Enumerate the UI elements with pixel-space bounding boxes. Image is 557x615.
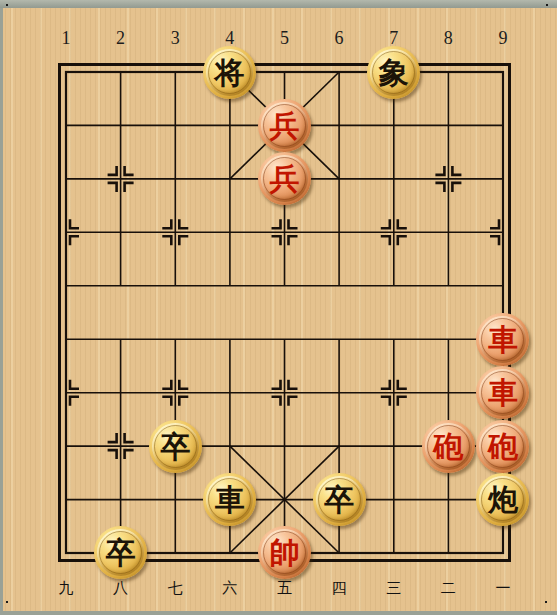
piece-glyph: 兵 (269, 110, 299, 141)
black-chariot[interactable]: 車 (203, 473, 256, 526)
black-cannon[interactable]: 炮 (476, 473, 529, 526)
file-label: 三 (366, 580, 421, 598)
red-general[interactable]: 帥 (258, 526, 311, 579)
piece-glyph: 卒 (106, 537, 136, 568)
file-label: 五 (257, 580, 312, 598)
piece-glyph: 車 (215, 484, 245, 515)
piece-glyph: 卒 (324, 484, 354, 515)
black-general[interactable]: 将 (203, 46, 256, 99)
file-label: 二 (421, 580, 476, 598)
red-chariot[interactable]: 車 (476, 313, 529, 366)
file-label: 八 (93, 580, 148, 598)
black-pawn[interactable]: 卒 (149, 420, 202, 473)
piece-glyph: 象 (379, 57, 409, 88)
piece-glyph: 車 (488, 377, 518, 408)
file-label: 七 (148, 580, 203, 598)
file-labels-bottom: 九 八 七 六 五 四 三 二 一 (39, 580, 531, 598)
piece-glyph: 炮 (488, 484, 518, 515)
piece-glyph: 兵 (269, 163, 299, 194)
red-cannon[interactable]: 砲 (422, 420, 475, 473)
piece-glyph: 卒 (160, 431, 190, 462)
piece-glyph: 帥 (269, 537, 299, 568)
red-pawn[interactable]: 兵 (258, 99, 311, 152)
file-label: 一 (476, 580, 531, 598)
xiangqi-app: 1 2 3 4 5 6 7 8 9 将 象 兵 兵 車 車 砲 砲 炮 卒 車 … (0, 0, 557, 615)
piece-glyph: 車 (488, 324, 518, 355)
file-label: 九 (39, 580, 94, 598)
piece-glyph: 砲 (433, 431, 463, 462)
red-pawn[interactable]: 兵 (258, 152, 311, 205)
piece-glyph: 将 (215, 57, 245, 88)
piece-glyph: 砲 (488, 431, 518, 462)
black-pawn[interactable]: 卒 (94, 526, 147, 579)
board-pieces[interactable]: 将 象 兵 兵 車 車 砲 砲 炮 卒 車 卒 卒 帥 (39, 45, 531, 579)
file-label: 四 (312, 580, 367, 598)
black-elephant[interactable]: 象 (367, 46, 420, 99)
file-label: 六 (203, 580, 258, 598)
black-pawn[interactable]: 卒 (313, 473, 366, 526)
red-chariot[interactable]: 車 (476, 366, 529, 419)
red-cannon[interactable]: 砲 (476, 420, 529, 473)
